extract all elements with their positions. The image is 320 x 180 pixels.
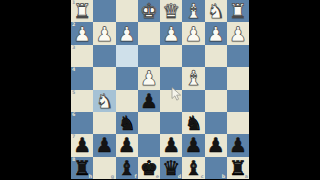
piece-white-knight[interactable]: ♞ [95,91,113,111]
square-g6[interactable] [93,112,115,134]
square-e6[interactable] [138,112,160,134]
square-a7[interactable]: ♟ [227,134,249,156]
square-e7[interactable] [138,134,160,156]
square-g1[interactable] [93,0,115,22]
chess-board: 1♜♚♛♝♞♜2♟♟♟♟♟♟♟34♟♝5♞♟6♞♞7♟♟♟♟♟♟♟8h♜gf♝e… [71,0,249,179]
square-d2[interactable]: ♟ [160,22,182,44]
square-d6[interactable] [160,112,182,134]
square-d4[interactable] [160,67,182,89]
square-b3[interactable] [205,45,227,67]
piece-white-pawn[interactable]: ♟ [162,24,180,44]
square-a2[interactable]: ♟ [227,22,249,44]
square-d8[interactable]: d♛ [160,157,182,179]
square-c4[interactable]: ♝ [182,67,204,89]
square-a6[interactable] [227,112,249,134]
square-f6[interactable]: ♞ [116,112,138,134]
piece-black-king[interactable]: ♚ [140,158,158,178]
square-e1[interactable]: ♚ [138,0,160,22]
video-frame: 1♜♚♛♝♞♜2♟♟♟♟♟♟♟34♟♝5♞♟6♞♞7♟♟♟♟♟♟♟8h♜gf♝e… [0,0,320,180]
piece-black-pawn[interactable]: ♟ [95,135,113,155]
square-a4[interactable] [227,67,249,89]
square-e3[interactable] [138,45,160,67]
piece-white-pawn[interactable]: ♟ [140,68,158,88]
square-h8[interactable]: 8h♜ [71,157,93,179]
square-b4[interactable] [205,67,227,89]
piece-black-pawn[interactable]: ♟ [140,91,158,111]
square-e8[interactable]: e♚ [138,157,160,179]
square-d5[interactable] [160,90,182,112]
square-d7[interactable]: ♟ [160,134,182,156]
rank-label-3: 3 [72,45,75,50]
piece-black-queen[interactable]: ♛ [162,158,180,178]
rank-label-4: 4 [72,67,75,72]
square-c8[interactable]: c♝ [182,157,204,179]
piece-black-pawn[interactable]: ♟ [162,135,180,155]
piece-black-bishop[interactable]: ♝ [118,158,136,178]
square-a8[interactable]: a♜ [227,157,249,179]
piece-black-pawn[interactable]: ♟ [229,135,247,155]
square-g8[interactable]: g [93,157,115,179]
square-e4[interactable]: ♟ [138,67,160,89]
piece-white-rook[interactable]: ♜ [73,1,91,21]
piece-white-pawn[interactable]: ♟ [207,24,225,44]
square-c7[interactable]: ♟ [182,134,204,156]
piece-white-rook[interactable]: ♜ [229,1,247,21]
square-b6[interactable] [205,112,227,134]
square-a5[interactable] [227,90,249,112]
square-h5[interactable]: 5 [71,90,93,112]
square-h6[interactable]: 6 [71,112,93,134]
square-g2[interactable]: ♟ [93,22,115,44]
square-h3[interactable]: 3 [71,45,93,67]
rank-label-5: 5 [72,90,75,95]
square-g3[interactable] [93,45,115,67]
rank-label-6: 6 [72,112,75,117]
square-d3[interactable] [160,45,182,67]
square-h4[interactable]: 4 [71,67,93,89]
piece-white-pawn[interactable]: ♟ [95,24,113,44]
square-b7[interactable]: ♟ [205,134,227,156]
square-c3[interactable] [182,45,204,67]
square-b8[interactable]: b [205,157,227,179]
piece-black-pawn[interactable]: ♟ [207,135,225,155]
square-b2[interactable]: ♟ [205,22,227,44]
square-c6[interactable]: ♞ [182,112,204,134]
square-h7[interactable]: 7♟ [71,134,93,156]
square-f7[interactable]: ♟ [116,134,138,156]
piece-white-king[interactable]: ♚ [140,1,158,21]
square-h1[interactable]: 1♜ [71,0,93,22]
file-label-b: b [222,174,225,179]
square-d1[interactable]: ♛ [160,0,182,22]
square-f4[interactable] [116,67,138,89]
piece-white-bishop[interactable]: ♝ [184,1,202,21]
square-e5[interactable]: ♟ [138,90,160,112]
piece-white-pawn[interactable]: ♟ [184,24,202,44]
piece-black-rook[interactable]: ♜ [229,158,247,178]
square-f8[interactable]: f♝ [116,157,138,179]
piece-black-pawn[interactable]: ♟ [118,135,136,155]
square-g4[interactable] [93,67,115,89]
piece-white-pawn[interactable]: ♟ [118,24,136,44]
square-g5[interactable]: ♞ [93,90,115,112]
piece-black-knight[interactable]: ♞ [118,113,136,133]
square-a3[interactable] [227,45,249,67]
square-f3[interactable] [116,45,138,67]
piece-black-pawn[interactable]: ♟ [73,135,91,155]
piece-white-pawn[interactable]: ♟ [229,24,247,44]
piece-white-bishop[interactable]: ♝ [184,68,202,88]
square-b1[interactable]: ♞ [205,0,227,22]
piece-black-rook[interactable]: ♜ [73,158,91,178]
square-f5[interactable] [116,90,138,112]
square-c5[interactable] [182,90,204,112]
square-g7[interactable]: ♟ [93,134,115,156]
piece-black-bishop[interactable]: ♝ [184,158,202,178]
square-c2[interactable]: ♟ [182,22,204,44]
square-c1[interactable]: ♝ [182,0,204,22]
piece-black-pawn[interactable]: ♟ [184,135,202,155]
piece-black-knight[interactable]: ♞ [184,113,202,133]
file-label-g: g [111,174,114,179]
square-f2[interactable]: ♟ [116,22,138,44]
square-b5[interactable] [205,90,227,112]
square-h2[interactable]: 2♟ [71,22,93,44]
square-f1[interactable] [116,0,138,22]
piece-white-knight[interactable]: ♞ [207,1,225,21]
square-e2[interactable] [138,22,160,44]
piece-white-pawn[interactable]: ♟ [73,24,91,44]
square-a1[interactable]: ♜ [227,0,249,22]
piece-white-queen[interactable]: ♛ [162,1,180,21]
